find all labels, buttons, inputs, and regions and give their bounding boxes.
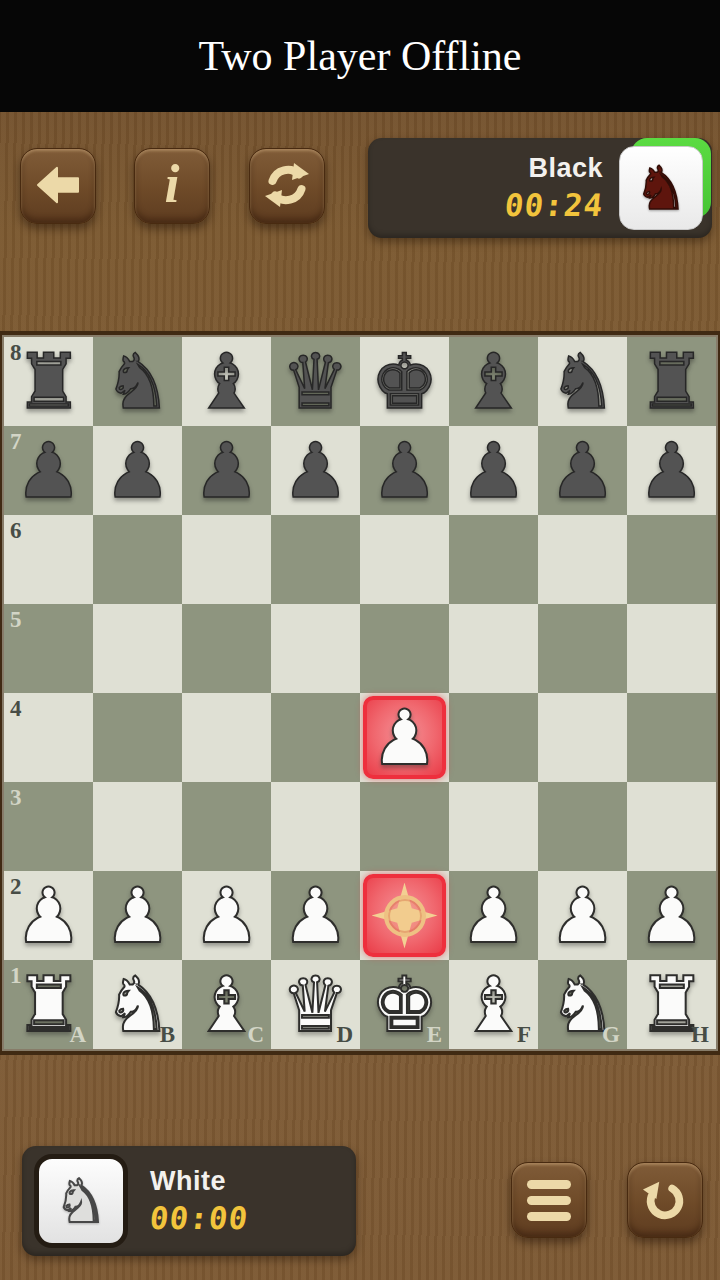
file-label-E: E [427,1022,442,1047]
white-player-name: White [150,1166,226,1197]
chess-board: 8♜♞♝♛♚♝♞♜7♟♟♟♟♟♟♟♟654♟32♟♟♟♟♟♟♟1A♜B♞C♝D♛… [4,337,716,1049]
hamburger-icon [527,1180,571,1221]
black-player-clock: 00:24 [503,187,605,223]
file-label-G: G [602,1022,620,1047]
info-icon: i [164,157,179,211]
square-b4[interactable] [93,693,182,782]
rank-label-2: 2 [10,874,22,899]
piece-b7: ♟ [93,426,182,515]
rank-label-1: 1 [10,963,22,988]
undo-icon [642,1176,688,1225]
info-button[interactable]: i [134,148,210,224]
square-e6[interactable] [360,515,449,604]
square-a7[interactable]: 7♟ [4,426,93,515]
square-f5[interactable] [449,604,538,693]
square-a1[interactable]: 1A♜ [4,960,93,1049]
piece-d8: ♛ [271,337,360,426]
square-d2[interactable]: ♟ [271,871,360,960]
square-b3[interactable] [93,782,182,871]
square-a3[interactable]: 3 [4,782,93,871]
square-e7[interactable]: ♟ [360,426,449,515]
file-label-D: D [336,1022,353,1047]
piece-h2: ♟ [627,871,716,960]
square-c6[interactable] [182,515,271,604]
board-frame: 8♜♞♝♛♚♝♞♜7♟♟♟♟♟♟♟♟654♟32♟♟♟♟♟♟♟1A♜B♞C♝D♛… [0,331,720,1055]
square-g8[interactable]: ♞ [538,337,627,426]
square-c5[interactable] [182,604,271,693]
piece-d2: ♟ [271,871,360,960]
square-e4[interactable]: ♟ [360,693,449,782]
white-player-panel: ♞ White 00:00 [22,1146,356,1256]
square-b2[interactable]: ♟ [93,871,182,960]
square-a2[interactable]: 2♟ [4,871,93,960]
square-d7[interactable]: ♟ [271,426,360,515]
square-a5[interactable]: 5 [4,604,93,693]
piece-c8: ♝ [182,337,271,426]
file-label-B: B [160,1022,175,1047]
square-f3[interactable] [449,782,538,871]
back-arrow-icon [35,164,81,209]
piece-h7: ♟ [627,426,716,515]
square-g1[interactable]: G♞ [538,960,627,1049]
square-g6[interactable] [538,515,627,604]
square-c4[interactable] [182,693,271,782]
rank-label-7: 7 [10,429,22,454]
square-e2[interactable] [360,871,449,960]
piece-e8: ♚ [360,337,449,426]
square-c2[interactable]: ♟ [182,871,271,960]
piece-h8: ♜ [627,337,716,426]
square-f2[interactable]: ♟ [449,871,538,960]
white-player-clock: 00:00 [148,1200,250,1236]
square-c3[interactable] [182,782,271,871]
piece-e4: ♟ [360,693,449,782]
square-b5[interactable] [93,604,182,693]
square-h3[interactable] [627,782,716,871]
piece-d7: ♟ [271,426,360,515]
square-e8[interactable]: ♚ [360,337,449,426]
square-g3[interactable] [538,782,627,871]
black-knight-icon: ♞ [634,158,688,218]
move-origin-marker [360,871,449,960]
page-title: Two Player Offline [199,32,522,80]
square-f1[interactable]: F♝ [449,960,538,1049]
file-label-H: H [691,1022,709,1047]
white-knight-icon: ♞ [54,1171,108,1231]
piece-f2: ♟ [449,871,538,960]
square-c8[interactable]: ♝ [182,337,271,426]
header: Two Player Offline [0,0,720,112]
square-f4[interactable] [449,693,538,782]
square-a8[interactable]: 8♜ [4,337,93,426]
black-player-name: Black [528,153,603,184]
square-h2[interactable]: ♟ [627,871,716,960]
menu-button[interactable] [511,1162,587,1238]
app-screen: Two Player Offline i Black 00:24 [0,0,720,1280]
square-c1[interactable]: C♝ [182,960,271,1049]
square-d6[interactable] [271,515,360,604]
file-label-F: F [517,1022,531,1047]
piece-g7: ♟ [538,426,627,515]
file-label-C: C [247,1022,264,1047]
square-g7[interactable]: ♟ [538,426,627,515]
square-d4[interactable] [271,693,360,782]
rank-label-4: 4 [10,696,22,721]
rank-label-3: 3 [10,785,22,810]
black-player-panel: Black 00:24 ♞ [368,138,712,238]
square-f6[interactable] [449,515,538,604]
square-e3[interactable] [360,782,449,871]
refresh-icon [263,161,311,212]
square-h8[interactable]: ♜ [627,337,716,426]
white-avatar: ♞ [34,1154,128,1248]
square-e5[interactable] [360,604,449,693]
square-h4[interactable] [627,693,716,782]
square-h5[interactable] [627,604,716,693]
piece-b2: ♟ [93,871,182,960]
square-g5[interactable] [538,604,627,693]
piece-g8: ♞ [538,337,627,426]
square-h1[interactable]: H♜ [627,960,716,1049]
square-h7[interactable]: ♟ [627,426,716,515]
square-b8[interactable]: ♞ [93,337,182,426]
square-d5[interactable] [271,604,360,693]
piece-c2: ♟ [182,871,271,960]
black-avatar: ♞ [619,146,703,230]
square-b7[interactable]: ♟ [93,426,182,515]
piece-f8: ♝ [449,337,538,426]
piece-e7: ♟ [360,426,449,515]
square-b6[interactable] [93,515,182,604]
square-d8[interactable]: ♛ [271,337,360,426]
square-e1[interactable]: E♚ [360,960,449,1049]
square-g4[interactable] [538,693,627,782]
square-f7[interactable]: ♟ [449,426,538,515]
square-d3[interactable] [271,782,360,871]
square-d1[interactable]: D♛ [271,960,360,1049]
piece-b8: ♞ [93,337,182,426]
square-b1[interactable]: B♞ [93,960,182,1049]
rank-label-8: 8 [10,340,22,365]
square-h6[interactable] [627,515,716,604]
square-c7[interactable]: ♟ [182,426,271,515]
square-f8[interactable]: ♝ [449,337,538,426]
piece-f7: ♟ [449,426,538,515]
flip-board-button[interactable] [249,148,325,224]
file-label-A: A [69,1022,86,1047]
back-button[interactable] [20,148,96,224]
rank-label-6: 6 [10,518,22,543]
square-a4[interactable]: 4 [4,693,93,782]
piece-g2: ♟ [538,871,627,960]
square-g2[interactable]: ♟ [538,871,627,960]
rank-label-5: 5 [10,607,22,632]
undo-button[interactable] [627,1162,703,1238]
piece-c7: ♟ [182,426,271,515]
square-a6[interactable]: 6 [4,515,93,604]
